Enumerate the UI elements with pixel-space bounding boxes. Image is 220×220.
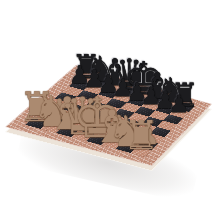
marble-chess-set-photo: ♜♞♝♛♚♝♞♜♟♟♟♟♟♟♟♟♟♟♟♟♟♟♟♟♜♞♝♛♚♝♞♜ [0,0,220,220]
white-rook-h1[interactable]: ♜ [123,117,158,157]
black-pawn-h7[interactable]: ♟ [168,92,190,116]
pieces-layer: ♜♞♝♛♚♝♞♜♟♟♟♟♟♟♟♟♟♟♟♟♟♟♟♟♜♞♝♛♚♝♞♜ [0,0,220,220]
